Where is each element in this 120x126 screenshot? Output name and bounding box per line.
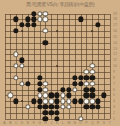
black-stone <box>14 17 19 22</box>
black-stone <box>95 99 100 104</box>
black-stone <box>19 23 24 28</box>
black-stone <box>14 28 19 33</box>
white-stone <box>43 99 48 104</box>
hoshi-point <box>21 100 23 102</box>
black-stone <box>54 110 59 115</box>
black-stone <box>31 17 36 22</box>
hoshi-point <box>91 30 93 32</box>
black-stone <box>31 99 36 104</box>
black-stone <box>101 93 106 98</box>
black-stone <box>54 93 59 98</box>
black-stone <box>37 81 42 86</box>
black-stone <box>72 99 77 104</box>
row-label: 1 <box>113 117 115 121</box>
white-stone <box>37 11 42 16</box>
hoshi-point <box>21 30 23 32</box>
black-stone <box>43 110 48 115</box>
white-stone <box>49 99 54 104</box>
row-label: 11 <box>113 58 117 62</box>
white-stone <box>19 81 24 86</box>
row-label: 6 <box>113 88 115 92</box>
black-stone <box>66 87 71 92</box>
hoshi-point <box>56 30 58 32</box>
row-label: 14 <box>113 41 117 45</box>
black-stone <box>90 93 95 98</box>
black-stone <box>72 75 77 80</box>
black-stone <box>90 75 95 80</box>
black-stone <box>25 17 30 22</box>
black-stone <box>78 99 83 104</box>
black-stone <box>25 23 30 28</box>
white-stone <box>25 104 30 109</box>
white-stone <box>90 69 95 74</box>
black-stone <box>43 104 48 109</box>
white-stone <box>14 63 19 68</box>
hoshi-point <box>56 65 58 67</box>
row-label: 4 <box>113 99 115 103</box>
grid-line <box>104 14 105 119</box>
black-stone <box>54 104 59 109</box>
row-label: 12 <box>113 52 117 56</box>
black-stone <box>43 40 48 45</box>
row-label: 5 <box>113 93 115 97</box>
white-stone <box>66 99 71 104</box>
row-label: 15 <box>113 35 117 39</box>
black-stone <box>49 93 54 98</box>
column-label: T <box>107 121 113 125</box>
row-label: 10 <box>113 64 117 68</box>
white-stone <box>84 69 89 74</box>
black-stone <box>54 99 59 104</box>
white-stone <box>84 99 89 104</box>
black-stone <box>31 11 36 16</box>
row-label: 3 <box>113 105 115 109</box>
white-stone <box>37 93 42 98</box>
go-game-screen: 黑: 吃蛋蛋 VS 白: 李昌镐 (白中盘胜) ABCDEFGHJKLMNOPQ… <box>0 0 120 126</box>
black-stone <box>19 58 24 63</box>
black-stone <box>84 75 89 80</box>
black-stone <box>78 17 83 22</box>
white-stone <box>14 75 19 80</box>
black-stone <box>72 81 77 86</box>
black-stone <box>84 87 89 92</box>
white-stone <box>8 93 13 98</box>
grid-line <box>110 14 111 119</box>
white-stone <box>37 17 42 22</box>
row-label: 13 <box>113 47 117 51</box>
black-stone <box>25 81 30 86</box>
white-stone <box>43 87 48 92</box>
row-label: 9 <box>113 70 115 74</box>
white-stone <box>43 28 48 33</box>
row-label: 19 <box>113 12 117 16</box>
row-label: 18 <box>113 17 117 21</box>
row-label: 7 <box>113 82 115 86</box>
white-stone <box>14 52 19 57</box>
black-stone <box>95 23 100 28</box>
white-stone <box>60 93 65 98</box>
white-stone <box>60 99 65 104</box>
row-label: 17 <box>113 23 117 27</box>
go-board[interactable] <box>0 0 120 126</box>
black-stone <box>84 93 89 98</box>
black-stone <box>49 104 54 109</box>
black-stone <box>95 104 100 109</box>
white-stone <box>84 81 89 86</box>
black-stone <box>90 104 95 109</box>
black-stone <box>66 93 71 98</box>
black-stone <box>78 75 83 80</box>
white-stone <box>43 17 48 22</box>
white-stone <box>66 104 71 109</box>
black-stone <box>31 23 36 28</box>
black-stone <box>37 75 42 80</box>
white-stone <box>72 87 77 92</box>
black-stone <box>14 99 19 104</box>
white-stone <box>90 99 95 104</box>
white-stone <box>43 11 48 16</box>
black-stone <box>60 87 65 92</box>
white-stone <box>43 81 48 86</box>
white-stone <box>43 93 48 98</box>
row-label: 16 <box>113 29 117 33</box>
row-label: 8 <box>113 76 115 80</box>
black-stone <box>84 104 89 109</box>
row-label: 2 <box>113 111 115 115</box>
black-stone <box>37 99 42 104</box>
black-stone <box>49 110 54 115</box>
black-stone <box>37 87 42 92</box>
black-stone <box>37 104 42 109</box>
black-stone <box>78 81 83 86</box>
white-stone <box>90 63 95 68</box>
white-stone <box>60 104 65 109</box>
black-stone <box>90 87 95 92</box>
white-stone <box>90 81 95 86</box>
white-stone <box>19 63 24 68</box>
